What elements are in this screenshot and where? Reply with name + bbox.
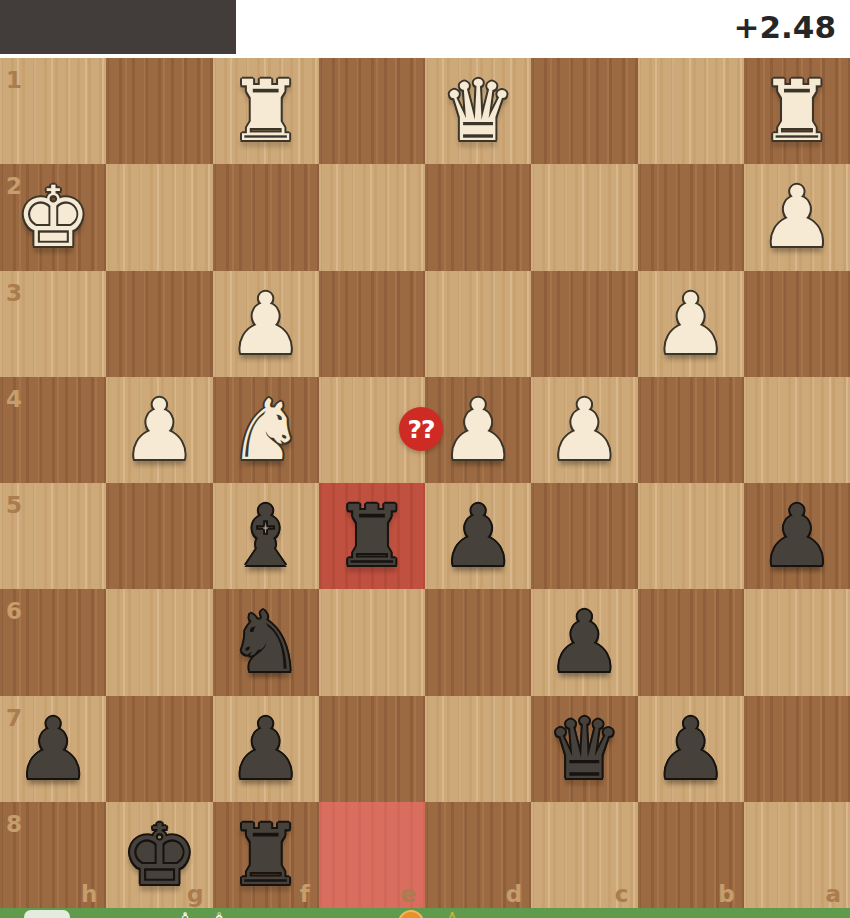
square-d1[interactable]: ♛ [425, 58, 531, 164]
square-d3[interactable] [425, 271, 531, 377]
evaluation-score: +2.48 [734, 0, 836, 54]
coin-icon[interactable] [398, 910, 424, 918]
square-g5[interactable] [106, 483, 212, 589]
square-b7[interactable]: ♟ [638, 696, 744, 802]
square-b1[interactable] [638, 58, 744, 164]
square-c1[interactable] [531, 58, 637, 164]
square-a3[interactable] [744, 271, 850, 377]
piece-black-knight-f6[interactable]: ♞ [213, 589, 319, 695]
piece-black-pawn-d5[interactable]: ♟ [425, 483, 531, 589]
square-e7[interactable] [319, 696, 425, 802]
piece-black-rook-f8[interactable]: ♜ [213, 802, 319, 908]
piece-white-knight-f4[interactable]: ♞ [213, 377, 319, 483]
square-h8[interactable]: 8h [0, 802, 106, 908]
top-left-panel [0, 0, 236, 54]
square-a4[interactable] [744, 377, 850, 483]
rank-label-8: 8 [6, 811, 22, 837]
piece-white-pawn-g4[interactable]: ♟ [106, 377, 212, 483]
file-label-b: b [718, 881, 734, 907]
piece-white-pawn-c4[interactable]: ♟ [531, 377, 637, 483]
square-d7[interactable] [425, 696, 531, 802]
square-b4[interactable] [638, 377, 744, 483]
chess-board[interactable]: 1♜♛♜2♚♟3♟♟4♟♞♟♟5♝♜♟♟6♞♟7♟♟♛♟8hg♚f♜edcba [0, 58, 850, 908]
square-e5[interactable]: ♜ [319, 483, 425, 589]
square-c2[interactable] [531, 164, 637, 270]
square-b8[interactable]: b [638, 802, 744, 908]
white-pawn-icon[interactable]: ♙ [176, 910, 194, 918]
square-e8[interactable]: e [319, 802, 425, 908]
file-label-e: e [400, 881, 416, 907]
rank-label-5: 5 [6, 492, 22, 518]
rank-label-4: 4 [6, 386, 22, 412]
square-h1[interactable]: 1 [0, 58, 106, 164]
square-a1[interactable]: ♜ [744, 58, 850, 164]
square-f6[interactable]: ♞ [213, 589, 319, 695]
file-label-c: c [615, 881, 629, 907]
square-c7[interactable]: ♛ [531, 696, 637, 802]
square-h7[interactable]: 7♟ [0, 696, 106, 802]
rank-label-3: 3 [6, 280, 22, 306]
square-g2[interactable] [106, 164, 212, 270]
square-f1[interactable]: ♜ [213, 58, 319, 164]
square-a8[interactable]: a [744, 802, 850, 908]
piece-white-pawn-b3[interactable]: ♟ [638, 271, 744, 377]
piece-black-pawn-c6[interactable]: ♟ [531, 589, 637, 695]
square-g6[interactable] [106, 589, 212, 695]
piece-black-queen-c7[interactable]: ♛ [531, 696, 637, 802]
square-a7[interactable] [744, 696, 850, 802]
square-f5[interactable]: ♝ [213, 483, 319, 589]
piece-white-rook-f1[interactable]: ♜ [213, 58, 319, 164]
square-c6[interactable]: ♟ [531, 589, 637, 695]
square-e2[interactable] [319, 164, 425, 270]
square-b6[interactable] [638, 589, 744, 695]
square-f2[interactable] [213, 164, 319, 270]
square-h6[interactable]: 6 [0, 589, 106, 695]
piece-black-bishop-f5[interactable]: ♝ [213, 483, 319, 589]
square-b2[interactable] [638, 164, 744, 270]
square-f3[interactable]: ♟ [213, 271, 319, 377]
rank-label-6: 6 [6, 598, 22, 624]
square-c5[interactable] [531, 483, 637, 589]
square-g1[interactable] [106, 58, 212, 164]
square-a6[interactable] [744, 589, 850, 695]
square-f7[interactable]: ♟ [213, 696, 319, 802]
blunder-badge: ?? [399, 407, 443, 451]
square-e1[interactable] [319, 58, 425, 164]
square-f8[interactable]: f♜ [213, 802, 319, 908]
toolbar-text-fragment [24, 910, 70, 918]
file-label-h: h [81, 881, 97, 907]
piece-white-pawn-f3[interactable]: ♟ [213, 271, 319, 377]
piece-white-king-h2[interactable]: ♚ [0, 164, 106, 270]
square-h2[interactable]: 2♚ [0, 164, 106, 270]
rank-label-1: 1 [6, 67, 22, 93]
square-c8[interactable]: c [531, 802, 637, 908]
piece-white-queen-d1[interactable]: ♛ [425, 58, 531, 164]
square-h4[interactable]: 4 [0, 377, 106, 483]
piece-black-pawn-a5[interactable]: ♟ [744, 483, 850, 589]
square-e6[interactable] [319, 589, 425, 695]
square-a2[interactable]: ♟ [744, 164, 850, 270]
square-d6[interactable] [425, 589, 531, 695]
square-h5[interactable]: 5 [0, 483, 106, 589]
square-g7[interactable] [106, 696, 212, 802]
square-b3[interactable]: ♟ [638, 271, 744, 377]
square-c4[interactable]: ♟ [531, 377, 637, 483]
white-piece-icon[interactable]: ♗ [210, 910, 228, 918]
square-c3[interactable] [531, 271, 637, 377]
square-g3[interactable] [106, 271, 212, 377]
file-label-a: a [825, 881, 841, 907]
gold-piece-icon[interactable]: ♝ [444, 910, 460, 918]
square-a5[interactable]: ♟ [744, 483, 850, 589]
piece-black-pawn-h7[interactable]: ♟ [0, 696, 106, 802]
square-g4[interactable]: ♟ [106, 377, 212, 483]
piece-black-pawn-b7[interactable]: ♟ [638, 696, 744, 802]
square-e3[interactable] [319, 271, 425, 377]
square-d2[interactable] [425, 164, 531, 270]
piece-black-pawn-f7[interactable]: ♟ [213, 696, 319, 802]
square-d8[interactable]: d [425, 802, 531, 908]
square-f4[interactable]: ♞ [213, 377, 319, 483]
top-bar: +2.48 [0, 0, 850, 58]
square-g8[interactable]: g♚ [106, 802, 212, 908]
piece-white-pawn-a2[interactable]: ♟ [744, 164, 850, 270]
piece-black-rook-e5[interactable]: ♜ [319, 483, 425, 589]
piece-black-king-g8[interactable]: ♚ [106, 802, 212, 908]
square-d5[interactable]: ♟ [425, 483, 531, 589]
file-label-d: d [506, 881, 522, 907]
bottom-toolbar[interactable]: ♙ ♗ ♝ [0, 908, 850, 918]
square-b5[interactable] [638, 483, 744, 589]
piece-white-rook-a1[interactable]: ♜ [744, 58, 850, 164]
square-h3[interactable]: 3 [0, 271, 106, 377]
